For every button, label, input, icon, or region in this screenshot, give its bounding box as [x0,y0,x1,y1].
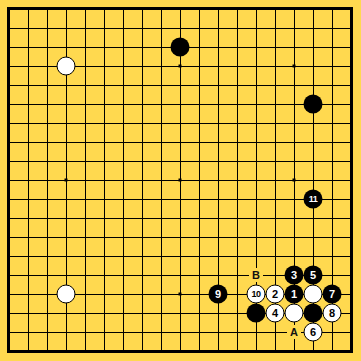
stone-white-D16[interactable] [57,57,76,76]
stone-black-O3[interactable] [247,304,266,323]
stone-black-K17[interactable] [171,38,190,57]
star-point [179,179,182,182]
star-point [65,179,68,182]
point-label-A: A [287,325,301,339]
stone-black-R14[interactable] [304,95,323,114]
move-stone-black-Q4[interactable]: 1 [285,285,304,304]
stone-black-R3[interactable] [304,304,323,323]
move-stone-black-Q5[interactable]: 3 [285,266,304,285]
star-point [293,179,296,182]
move-stone-white-R2[interactable]: 6 [304,323,323,342]
move-stone-black-R5[interactable]: 5 [304,266,323,285]
move-stone-white-P4[interactable]: 2 [266,285,285,304]
point-label-B: B [249,268,263,282]
star-point [179,65,182,68]
move-stone-white-P3[interactable]: 4 [266,304,285,323]
stone-white-R4[interactable] [304,285,323,304]
star-point [179,293,182,296]
star-point [293,65,296,68]
move-stone-white-O4[interactable]: 10 [247,285,266,304]
stone-white-Q3[interactable] [285,304,304,323]
go-board-diagram: 1234567891011AB [0,0,361,361]
stone-white-D4[interactable] [57,285,76,304]
move-stone-black-S4[interactable]: 7 [323,285,342,304]
move-stone-black-R9[interactable]: 11 [304,190,323,209]
move-stone-black-M4[interactable]: 9 [209,285,228,304]
move-stone-white-S3[interactable]: 8 [323,304,342,323]
